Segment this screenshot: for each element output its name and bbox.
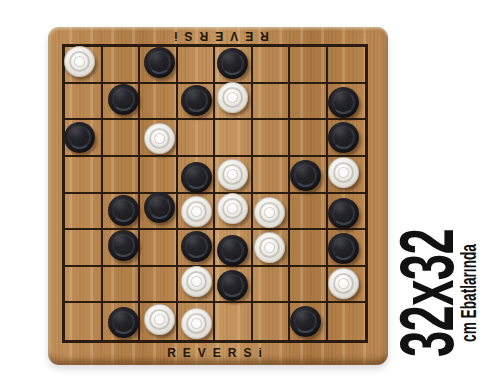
white-disc (144, 123, 175, 154)
cell-r7c3[interactable] (140, 267, 178, 304)
cell-r1c5[interactable] (215, 47, 253, 84)
board-grid (62, 44, 368, 343)
cell-r4c2[interactable] (103, 157, 141, 194)
cell-r6c2[interactable] (103, 230, 141, 267)
cell-r5c8[interactable] (328, 194, 366, 231)
cell-r2c7[interactable] (290, 84, 328, 121)
cell-r2c3[interactable] (140, 84, 178, 121)
cell-r4c4[interactable] (178, 157, 216, 194)
cell-r1c6[interactable] (253, 47, 291, 84)
cell-r2c1[interactable] (65, 84, 103, 121)
cell-r1c7[interactable] (290, 47, 328, 84)
cell-r8c1[interactable] (65, 303, 103, 340)
cell-r1c3[interactable] (140, 47, 178, 84)
white-disc (217, 193, 248, 224)
cell-r1c2[interactable] (103, 47, 141, 84)
cell-r7c2[interactable] (103, 267, 141, 304)
white-disc (217, 159, 248, 190)
cell-r8c7[interactable] (290, 303, 328, 340)
black-disc (108, 195, 139, 226)
white-disc (254, 232, 285, 263)
white-disc (328, 268, 359, 299)
cell-r5c7[interactable] (290, 194, 328, 231)
cell-r4c8[interactable] (328, 157, 366, 194)
cell-r3c4[interactable] (178, 120, 216, 157)
cell-r4c7[interactable] (290, 157, 328, 194)
product-photo-canvas: REVERSi REVERSi 32x32 cm Ebatlarında (0, 0, 500, 392)
black-disc (108, 84, 139, 115)
cell-r5c5[interactable] (215, 194, 253, 231)
cell-r5c4[interactable] (178, 194, 216, 231)
cell-r6c4[interactable] (178, 230, 216, 267)
black-disc (328, 87, 359, 118)
size-annotation: 32x32 cm Ebatlarında (397, 183, 481, 392)
cell-r7c1[interactable] (65, 267, 103, 304)
cell-r6c8[interactable] (328, 230, 366, 267)
black-disc (328, 122, 359, 153)
cell-r8c8[interactable] (328, 303, 366, 340)
black-disc (290, 306, 321, 337)
cell-r8c6[interactable] (253, 303, 291, 340)
black-disc (144, 192, 175, 223)
black-disc (217, 48, 248, 79)
cell-r2c6[interactable] (253, 84, 291, 121)
black-disc (217, 235, 248, 266)
cell-r2c2[interactable] (103, 84, 141, 121)
cell-r6c1[interactable] (65, 230, 103, 267)
cell-r2c5[interactable] (215, 84, 253, 121)
cell-r7c7[interactable] (290, 267, 328, 304)
cell-r2c4[interactable] (178, 84, 216, 121)
cell-r8c3[interactable] (140, 303, 178, 340)
cell-r4c5[interactable] (215, 157, 253, 194)
cell-r7c5[interactable] (215, 267, 253, 304)
reversi-board: REVERSi REVERSi (48, 27, 388, 365)
cell-r1c4[interactable] (178, 47, 216, 84)
cell-r6c3[interactable] (140, 230, 178, 267)
size-dimensions-text: 32x32 (398, 225, 456, 361)
black-disc (181, 162, 212, 193)
black-disc (144, 47, 175, 78)
board-title-bottom: REVERSi (48, 346, 388, 360)
size-unit-text: cm Ebatlarında (457, 225, 481, 361)
size-annotation-inner: 32x32 cm Ebatlarında (398, 225, 481, 361)
black-disc (217, 270, 248, 301)
cell-r1c1[interactable] (65, 47, 103, 84)
cell-r7c8[interactable] (328, 267, 366, 304)
black-disc (290, 160, 321, 191)
black-disc (64, 122, 95, 153)
black-disc (181, 85, 212, 116)
white-disc (254, 197, 285, 228)
cell-r2c8[interactable] (328, 84, 366, 121)
cell-r8c2[interactable] (103, 303, 141, 340)
cell-r4c1[interactable] (65, 157, 103, 194)
cell-r5c6[interactable] (253, 194, 291, 231)
white-disc (64, 46, 95, 77)
cell-r3c2[interactable] (103, 120, 141, 157)
white-disc (181, 266, 212, 297)
cell-r6c7[interactable] (290, 230, 328, 267)
board-title-top: REVERSi (48, 29, 388, 43)
cell-r3c1[interactable] (65, 120, 103, 157)
cell-r7c4[interactable] (178, 267, 216, 304)
cell-r3c7[interactable] (290, 120, 328, 157)
cell-r5c2[interactable] (103, 194, 141, 231)
cell-r3c8[interactable] (328, 120, 366, 157)
black-disc (108, 230, 139, 261)
black-disc (328, 233, 359, 264)
cell-r4c3[interactable] (140, 157, 178, 194)
white-disc (181, 196, 212, 227)
cell-r4c6[interactable] (253, 157, 291, 194)
cell-r8c4[interactable] (178, 303, 216, 340)
cell-r3c6[interactable] (253, 120, 291, 157)
cell-r5c1[interactable] (65, 194, 103, 231)
cell-r3c5[interactable] (215, 120, 253, 157)
cell-r1c8[interactable] (328, 47, 366, 84)
white-disc (144, 304, 175, 335)
white-disc (217, 82, 248, 113)
cell-r7c6[interactable] (253, 267, 291, 304)
cell-r8c5[interactable] (215, 303, 253, 340)
black-disc (108, 307, 139, 338)
cell-r5c3[interactable] (140, 194, 178, 231)
cell-r6c5[interactable] (215, 230, 253, 267)
white-disc (328, 157, 359, 188)
white-disc (181, 308, 212, 339)
black-disc (328, 198, 359, 229)
black-disc (181, 231, 212, 262)
cell-r6c6[interactable] (253, 230, 291, 267)
cell-r3c3[interactable] (140, 120, 178, 157)
